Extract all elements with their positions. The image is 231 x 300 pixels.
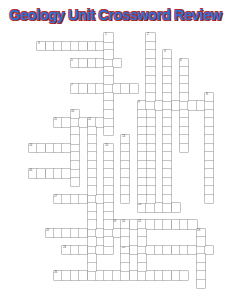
- crossword-cell[interactable]: [88, 271, 96, 280]
- clue-number: 10: [71, 110, 74, 113]
- crossword-cell[interactable]: [88, 195, 96, 204]
- crossword-cell[interactable]: [172, 101, 180, 110]
- crossword-cell[interactable]: [138, 254, 146, 263]
- crossword-cell[interactable]: [104, 110, 112, 119]
- crossword-cell[interactable]: [37, 144, 45, 153]
- crossword-cell[interactable]: [104, 161, 112, 170]
- crossword-cell[interactable]: [180, 101, 188, 110]
- crossword-cell[interactable]: [146, 127, 154, 136]
- crossword-cell[interactable]: [163, 178, 171, 187]
- crossword-cell[interactable]: [113, 84, 121, 93]
- crossword-cell[interactable]: [96, 42, 104, 51]
- crossword-cell[interactable]: [71, 169, 79, 178]
- clue-number: 5: [71, 59, 73, 62]
- crossword-cell[interactable]: [146, 101, 154, 110]
- crossword-cell[interactable]: [104, 127, 112, 136]
- clue-number: 25: [122, 246, 125, 249]
- crossword-cell[interactable]: [88, 84, 96, 93]
- crossword-cell[interactable]: [146, 203, 154, 212]
- crossword-cell[interactable]: [146, 76, 154, 85]
- crossword-cell[interactable]: [146, 246, 154, 255]
- crossword-cell[interactable]: 19: [113, 220, 121, 229]
- crossword-cell[interactable]: [96, 271, 104, 280]
- crossword-cell[interactable]: [104, 42, 112, 51]
- crossword-cell[interactable]: [62, 144, 70, 153]
- crossword-cell[interactable]: [138, 178, 146, 187]
- crossword-cell[interactable]: [121, 237, 129, 246]
- crossword-cell[interactable]: [146, 93, 154, 102]
- crossword-cell[interactable]: [104, 93, 112, 102]
- clue-number: 20: [122, 220, 125, 223]
- crossword-cell[interactable]: [130, 271, 138, 280]
- crossword-cell[interactable]: [172, 246, 180, 255]
- crossword-cell[interactable]: [180, 93, 188, 102]
- crossword-cell[interactable]: [104, 229, 112, 238]
- crossword-cell[interactable]: [138, 263, 146, 272]
- crossword-cell[interactable]: [205, 118, 213, 127]
- crossword-cell[interactable]: [138, 110, 146, 119]
- crossword-cell[interactable]: [138, 186, 146, 195]
- crossword-cell[interactable]: [121, 254, 129, 263]
- crossword-cell[interactable]: 21: [138, 220, 146, 229]
- crossword-cell[interactable]: [79, 229, 87, 238]
- crossword-cell[interactable]: [146, 67, 154, 76]
- crossword-cell[interactable]: [96, 118, 104, 127]
- crossword-cell[interactable]: [146, 135, 154, 144]
- crossword-cell[interactable]: [71, 178, 79, 187]
- crossword-cell[interactable]: [146, 186, 154, 195]
- crossword-cell[interactable]: [146, 42, 154, 51]
- crossword-grid: 3579111214161718192021222425261246810131…: [0, 0, 231, 300]
- crossword-cell[interactable]: [88, 152, 96, 161]
- crossword-cell[interactable]: [180, 127, 188, 136]
- crossword-cell[interactable]: [146, 178, 154, 187]
- crossword-cell[interactable]: [138, 127, 146, 136]
- crossword-cell[interactable]: [71, 144, 79, 153]
- crossword-cell[interactable]: [121, 271, 129, 280]
- crossword-cell[interactable]: [138, 229, 146, 238]
- crossword-cell[interactable]: [88, 127, 96, 136]
- crossword-cell[interactable]: [205, 195, 213, 204]
- crossword-cell[interactable]: 2: [146, 33, 154, 42]
- crossword-cell[interactable]: [163, 144, 171, 153]
- crossword-cell[interactable]: [121, 186, 129, 195]
- crossword-cell[interactable]: [146, 271, 154, 280]
- crossword-cell[interactable]: [71, 271, 79, 280]
- crossword-cell[interactable]: [88, 254, 96, 263]
- crossword-cell[interactable]: [205, 169, 213, 178]
- crossword-cell[interactable]: [79, 195, 87, 204]
- crossword-cell[interactable]: [104, 246, 112, 255]
- crossword-cell[interactable]: [104, 178, 112, 187]
- crossword-cell[interactable]: [163, 76, 171, 85]
- crossword-cell[interactable]: [205, 186, 213, 195]
- crossword-cell[interactable]: [46, 42, 54, 51]
- crossword-cell[interactable]: 23: [197, 229, 205, 238]
- crossword-cell[interactable]: [197, 101, 205, 110]
- crossword-cell[interactable]: 6: [180, 59, 188, 68]
- crossword-cell[interactable]: [71, 246, 79, 255]
- crossword-cell[interactable]: [121, 263, 129, 272]
- crossword-cell[interactable]: [54, 169, 62, 178]
- clue-number: 16: [29, 169, 32, 172]
- crossword-cell[interactable]: [104, 203, 112, 212]
- clue-number: 26: [54, 271, 57, 274]
- crossword-cell[interactable]: [205, 246, 213, 255]
- crossword-cell[interactable]: [180, 144, 188, 153]
- crossword-cell[interactable]: [180, 271, 188, 280]
- crossword-cell[interactable]: [88, 42, 96, 51]
- crossword-cell[interactable]: 5: [71, 59, 79, 68]
- crossword-cell[interactable]: [138, 271, 146, 280]
- crossword-cell[interactable]: [104, 271, 112, 280]
- crossword-cell[interactable]: [96, 229, 104, 238]
- crossword-cell[interactable]: [163, 101, 171, 110]
- crossword-cell[interactable]: 16: [29, 169, 37, 178]
- crossword-cell[interactable]: [62, 271, 70, 280]
- crossword-cell[interactable]: [104, 195, 112, 204]
- crossword-cell[interactable]: [79, 118, 87, 127]
- crossword-cell[interactable]: [138, 169, 146, 178]
- crossword-cell[interactable]: [197, 246, 205, 255]
- clue-number: 6: [180, 59, 182, 62]
- crossword-cell[interactable]: 15: [104, 144, 112, 153]
- crossword-cell[interactable]: [88, 246, 96, 255]
- crossword-cell[interactable]: [71, 118, 79, 127]
- crossword-cell[interactable]: [79, 59, 87, 68]
- crossword-cell[interactable]: [88, 220, 96, 229]
- crossword-cell[interactable]: [205, 101, 213, 110]
- crossword-cell[interactable]: [163, 152, 171, 161]
- crossword-cell[interactable]: [71, 42, 79, 51]
- crossword-cell[interactable]: 17: [54, 195, 62, 204]
- crossword-cell[interactable]: [205, 144, 213, 153]
- crossword-cell[interactable]: [138, 135, 146, 144]
- clue-number: 17: [54, 195, 57, 198]
- crossword-cell[interactable]: [146, 84, 154, 93]
- crossword-cell[interactable]: [146, 152, 154, 161]
- crossword-cell[interactable]: 24: [62, 246, 70, 255]
- crossword-cell[interactable]: [121, 169, 129, 178]
- clue-number: 8: [206, 93, 208, 96]
- crossword-cell[interactable]: [163, 169, 171, 178]
- crossword-cell[interactable]: 8: [205, 93, 213, 102]
- crossword-cell[interactable]: [172, 220, 180, 229]
- crossword-cell[interactable]: [104, 186, 112, 195]
- crossword-cell[interactable]: [104, 152, 112, 161]
- crossword-cell[interactable]: [113, 229, 121, 238]
- crossword-cell[interactable]: [54, 144, 62, 153]
- crossword-cell[interactable]: [121, 178, 129, 187]
- crossword-cell[interactable]: [46, 144, 54, 153]
- crossword-cell[interactable]: [130, 246, 138, 255]
- crossword-cell[interactable]: [138, 161, 146, 170]
- crossword-cell[interactable]: [146, 161, 154, 170]
- crossword-cell[interactable]: [180, 67, 188, 76]
- crossword-cell[interactable]: [71, 229, 79, 238]
- crossword-cell[interactable]: [113, 271, 121, 280]
- crossword-cell[interactable]: 26: [54, 271, 62, 280]
- crossword-cell[interactable]: [79, 271, 87, 280]
- crossword-cell[interactable]: [180, 135, 188, 144]
- crossword-cell[interactable]: [46, 169, 54, 178]
- clue-number: 22: [46, 229, 49, 232]
- crossword-cell[interactable]: [197, 271, 205, 280]
- crossword-cell[interactable]: [88, 161, 96, 170]
- crossword-cell[interactable]: [180, 110, 188, 119]
- crossword-cell[interactable]: [104, 169, 112, 178]
- crossword-cell[interactable]: [104, 237, 112, 246]
- crossword-cell[interactable]: [163, 110, 171, 119]
- crossword-cell[interactable]: [138, 195, 146, 204]
- crossword-cell[interactable]: [205, 161, 213, 170]
- crossword-cell[interactable]: [121, 195, 129, 204]
- crossword-cell[interactable]: [163, 127, 171, 136]
- crossword-cell[interactable]: [130, 220, 138, 229]
- crossword-cell[interactable]: [71, 127, 79, 136]
- crossword-cell[interactable]: [138, 237, 146, 246]
- crossword-cell[interactable]: [79, 246, 87, 255]
- crossword-cell[interactable]: [155, 101, 163, 110]
- clue-number: 3: [38, 42, 40, 45]
- crossword-cell[interactable]: [188, 220, 196, 229]
- crossword-cell[interactable]: [62, 195, 70, 204]
- crossword-cell[interactable]: [54, 42, 62, 51]
- crossword-cell[interactable]: [146, 144, 154, 153]
- crossword-cell[interactable]: [146, 118, 154, 127]
- crossword-cell[interactable]: [163, 135, 171, 144]
- crossword-cell[interactable]: [163, 67, 171, 76]
- crossword-cell[interactable]: [205, 110, 213, 119]
- crossword-cell[interactable]: [146, 50, 154, 59]
- crossword-cell[interactable]: [188, 246, 196, 255]
- crossword-cell[interactable]: [79, 42, 87, 51]
- crossword-cell[interactable]: [37, 169, 45, 178]
- crossword-cell[interactable]: [163, 84, 171, 93]
- crossword-cell[interactable]: [88, 135, 96, 144]
- crossword-cell[interactable]: [88, 237, 96, 246]
- crossword-cell[interactable]: [62, 118, 70, 127]
- crossword-cell[interactable]: [172, 271, 180, 280]
- crossword-cell[interactable]: [163, 93, 171, 102]
- crossword-cell[interactable]: [121, 84, 129, 93]
- crossword-cell[interactable]: [163, 203, 171, 212]
- crossword-cell[interactable]: 25: [121, 246, 129, 255]
- crossword-cell[interactable]: [88, 186, 96, 195]
- crossword-cell[interactable]: 10: [71, 110, 79, 119]
- crossword-cell[interactable]: 18: [138, 203, 146, 212]
- crossword-cell[interactable]: [146, 59, 154, 68]
- crossword-cell[interactable]: [138, 246, 146, 255]
- crossword-cell[interactable]: [205, 127, 213, 136]
- clue-number: 18: [138, 203, 141, 206]
- crossword-cell[interactable]: [172, 203, 180, 212]
- crossword-cell[interactable]: [163, 118, 171, 127]
- crossword-cell[interactable]: [155, 246, 163, 255]
- crossword-cell[interactable]: [188, 101, 196, 110]
- crossword-cell[interactable]: 13: [121, 135, 129, 144]
- clue-number: 4: [164, 50, 166, 53]
- crossword-cell[interactable]: [163, 186, 171, 195]
- crossword-cell[interactable]: [146, 110, 154, 119]
- crossword-cell[interactable]: [88, 144, 96, 153]
- crossword-cell[interactable]: [146, 220, 154, 229]
- clue-number: 9: [138, 101, 140, 104]
- crossword-cell[interactable]: [180, 118, 188, 127]
- crossword-cell[interactable]: 4: [163, 50, 171, 59]
- crossword-cell[interactable]: [180, 76, 188, 85]
- clue-number: 12: [88, 118, 91, 121]
- crossword-cell[interactable]: [138, 152, 146, 161]
- clue-number: 1: [105, 33, 107, 36]
- crossword-cell[interactable]: 9: [138, 101, 146, 110]
- crossword-cell[interactable]: [104, 220, 112, 229]
- crossword-cell[interactable]: [197, 254, 205, 263]
- crossword-cell[interactable]: [104, 76, 112, 85]
- crossword-cell[interactable]: [197, 280, 205, 289]
- crossword-cell[interactable]: [121, 144, 129, 153]
- crossword-cell[interactable]: [88, 212, 96, 221]
- crossword-cell[interactable]: [96, 84, 104, 93]
- crossword-cell[interactable]: [54, 229, 62, 238]
- crossword-cell[interactable]: [96, 195, 104, 204]
- crossword-cell[interactable]: [88, 229, 96, 238]
- crossword-cell[interactable]: [104, 212, 112, 221]
- crossword-cell[interactable]: [180, 220, 188, 229]
- clue-number: 7: [71, 84, 73, 87]
- crossword-cell[interactable]: [104, 84, 112, 93]
- crossword-cell[interactable]: [163, 271, 171, 280]
- clue-number: 23: [197, 229, 200, 232]
- clue-number: 13: [122, 135, 125, 138]
- clue-number: 11: [54, 118, 57, 121]
- crossword-cell[interactable]: [130, 84, 138, 93]
- crossword-cell[interactable]: [163, 220, 171, 229]
- crossword-cell[interactable]: 14: [29, 144, 37, 153]
- crossword-cell[interactable]: [104, 118, 112, 127]
- crossword-cell[interactable]: [71, 135, 79, 144]
- crossword-cell[interactable]: [163, 195, 171, 204]
- crossword-cell[interactable]: 3: [37, 42, 45, 51]
- crossword-cell[interactable]: [138, 118, 146, 127]
- crossword-cell[interactable]: [138, 144, 146, 153]
- crossword-cell[interactable]: [62, 169, 70, 178]
- crossword-cell[interactable]: [88, 169, 96, 178]
- crossword-cell[interactable]: [155, 271, 163, 280]
- crossword-cell[interactable]: [104, 67, 112, 76]
- clue-number: 15: [105, 144, 108, 147]
- crossword-cell[interactable]: [96, 59, 104, 68]
- crossword-cell[interactable]: [71, 195, 79, 204]
- crossword-cell[interactable]: [62, 229, 70, 238]
- crossword-cell[interactable]: [197, 263, 205, 272]
- clue-number: 14: [29, 144, 32, 147]
- crossword-cell[interactable]: [88, 59, 96, 68]
- crossword-cell[interactable]: [155, 203, 163, 212]
- crossword-cell[interactable]: [197, 237, 205, 246]
- clue-number: 19: [113, 220, 116, 223]
- crossword-cell[interactable]: [104, 59, 112, 68]
- clue-number: 21: [138, 220, 141, 223]
- crossword-cell[interactable]: [62, 42, 70, 51]
- crossword-cell[interactable]: [180, 246, 188, 255]
- crossword-cell[interactable]: [88, 203, 96, 212]
- crossword-cell[interactable]: 11: [54, 118, 62, 127]
- crossword-cell[interactable]: [205, 135, 213, 144]
- crossword-cell[interactable]: [113, 59, 121, 68]
- crossword-cell[interactable]: [88, 178, 96, 187]
- crossword-cell[interactable]: 22: [46, 229, 54, 238]
- crossword-cell[interactable]: [88, 263, 96, 272]
- crossword-cell[interactable]: [96, 246, 104, 255]
- crossword-cell[interactable]: [146, 195, 154, 204]
- crossword-cell[interactable]: [146, 169, 154, 178]
- crossword-cell[interactable]: [71, 161, 79, 170]
- crossword-cell[interactable]: 12: [88, 118, 96, 127]
- crossword-cell[interactable]: [121, 161, 129, 170]
- clue-number: 24: [63, 246, 66, 249]
- crossword-cell[interactable]: [180, 84, 188, 93]
- crossword-cell[interactable]: [104, 50, 112, 59]
- crossword-cell[interactable]: 20: [121, 220, 129, 229]
- clue-number: 2: [147, 33, 149, 36]
- crossword-cell[interactable]: [163, 246, 171, 255]
- crossword-cell[interactable]: 1: [104, 33, 112, 42]
- crossword-cell[interactable]: [79, 84, 87, 93]
- crossword-cell[interactable]: [121, 152, 129, 161]
- crossword-cell[interactable]: [104, 101, 112, 110]
- crossword-cell[interactable]: [163, 59, 171, 68]
- crossword-cell[interactable]: [155, 220, 163, 229]
- crossword-cell[interactable]: [71, 152, 79, 161]
- crossword-cell[interactable]: [205, 178, 213, 187]
- crossword-cell[interactable]: [205, 152, 213, 161]
- crossword-cell[interactable]: [121, 229, 129, 238]
- crossword-cell[interactable]: 7: [71, 84, 79, 93]
- crossword-cell[interactable]: [163, 161, 171, 170]
